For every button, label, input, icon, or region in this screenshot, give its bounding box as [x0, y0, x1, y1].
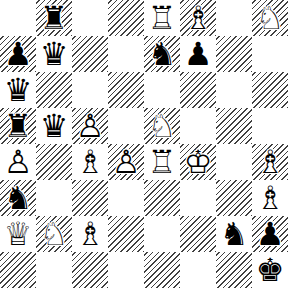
square-g4[interactable]: [216, 144, 252, 180]
square-d2[interactable]: [108, 216, 144, 252]
piece-white-rook[interactable]: ♜♖: [144, 144, 180, 180]
square-c7[interactable]: [72, 36, 108, 72]
piece-black-queen[interactable]: ♛: [36, 108, 72, 144]
square-b6[interactable]: [36, 72, 72, 108]
square-f2[interactable]: [180, 216, 216, 252]
square-c8[interactable]: [72, 0, 108, 36]
square-h3[interactable]: ♝♗: [252, 180, 288, 216]
square-a7[interactable]: ♟: [0, 36, 36, 72]
square-c2[interactable]: ♝♗: [72, 216, 108, 252]
pawn-glyph: ♟: [180, 36, 216, 72]
knight-glyph: ♞: [216, 216, 252, 252]
square-e8[interactable]: ♜♖: [144, 0, 180, 36]
square-f5[interactable]: [180, 108, 216, 144]
pawn-outline: ♙: [0, 144, 36, 180]
rook-outline: ♖: [144, 144, 180, 180]
square-e3[interactable]: [144, 180, 180, 216]
square-g5[interactable]: [216, 108, 252, 144]
bishop-outline: ♗: [252, 180, 288, 216]
square-f8[interactable]: ♝♗: [180, 0, 216, 36]
square-b5[interactable]: ♛: [36, 108, 72, 144]
piece-black-knight[interactable]: ♞: [216, 216, 252, 252]
chess-board: ♜♜♖♝♗♞♘♟♛♞♟♛♜♛♟♙♞♘♟♙♝♗♟♙♜♖♚♔♝♗♞♝♗♛♕♞♘♝♗♞…: [0, 0, 288, 288]
queen-glyph: ♛: [36, 36, 72, 72]
square-f3[interactable]: [180, 180, 216, 216]
piece-black-queen[interactable]: ♛: [0, 72, 36, 108]
bishop-outline: ♗: [252, 144, 288, 180]
square-f4[interactable]: ♚♔: [180, 144, 216, 180]
square-c1[interactable]: [72, 252, 108, 288]
bishop-outline: ♗: [72, 144, 108, 180]
square-g1[interactable]: [216, 252, 252, 288]
piece-white-queen[interactable]: ♛♕: [0, 216, 36, 252]
piece-black-pawn[interactable]: ♟: [252, 216, 288, 252]
pawn-glyph: ♟: [0, 36, 36, 72]
piece-white-rook[interactable]: ♜♖: [144, 0, 180, 36]
knight-outline: ♘: [36, 216, 72, 252]
square-h6[interactable]: [252, 72, 288, 108]
queen-outline: ♕: [0, 216, 36, 252]
square-c5[interactable]: ♟♙: [72, 108, 108, 144]
king-outline: ♔: [180, 144, 216, 180]
king-glyph: ♚: [252, 252, 288, 288]
square-d1[interactable]: [108, 252, 144, 288]
bishop-outline: ♗: [180, 0, 216, 36]
square-a6[interactable]: ♛: [0, 72, 36, 108]
square-a4[interactable]: ♟♙: [0, 144, 36, 180]
square-h7[interactable]: [252, 36, 288, 72]
piece-black-rook[interactable]: ♜: [36, 0, 72, 36]
square-e5[interactable]: ♞♘: [144, 108, 180, 144]
square-d3[interactable]: [108, 180, 144, 216]
square-e1[interactable]: [144, 252, 180, 288]
square-c4[interactable]: ♝♗: [72, 144, 108, 180]
piece-black-pawn[interactable]: ♟: [0, 36, 36, 72]
square-b2[interactable]: ♞♘: [36, 216, 72, 252]
piece-white-king[interactable]: ♚♔: [180, 144, 216, 180]
square-g6[interactable]: [216, 72, 252, 108]
square-d8[interactable]: [108, 0, 144, 36]
pawn-outline: ♙: [108, 144, 144, 180]
square-f7[interactable]: ♟: [180, 36, 216, 72]
rook-glyph: ♜: [0, 108, 36, 144]
square-g7[interactable]: [216, 36, 252, 72]
square-a1[interactable]: [0, 252, 36, 288]
queen-glyph: ♛: [0, 72, 36, 108]
piece-white-bishop[interactable]: ♝♗: [72, 216, 108, 252]
piece-white-knight[interactable]: ♞♘: [36, 216, 72, 252]
square-e4[interactable]: ♜♖: [144, 144, 180, 180]
square-h2[interactable]: ♟: [252, 216, 288, 252]
square-c3[interactable]: [72, 180, 108, 216]
piece-white-bishop[interactable]: ♝♗: [252, 180, 288, 216]
rook-outline: ♖: [144, 0, 180, 36]
knight-outline: ♘: [144, 108, 180, 144]
pawn-glyph: ♟: [252, 216, 288, 252]
piece-white-knight[interactable]: ♞♘: [252, 0, 288, 36]
square-d6[interactable]: [108, 72, 144, 108]
square-h5[interactable]: [252, 108, 288, 144]
square-a3[interactable]: ♞: [0, 180, 36, 216]
square-f1[interactable]: [180, 252, 216, 288]
square-a8[interactable]: [0, 0, 36, 36]
square-a2[interactable]: ♛♕: [0, 216, 36, 252]
piece-black-knight[interactable]: ♞: [144, 36, 180, 72]
square-b3[interactable]: [36, 180, 72, 216]
square-g2[interactable]: ♞: [216, 216, 252, 252]
knight-glyph: ♞: [0, 180, 36, 216]
square-g3[interactable]: [216, 180, 252, 216]
square-h8[interactable]: ♞♘: [252, 0, 288, 36]
piece-black-rook[interactable]: ♜: [0, 108, 36, 144]
square-b1[interactable]: [36, 252, 72, 288]
piece-black-queen[interactable]: ♛: [36, 36, 72, 72]
knight-glyph: ♞: [144, 36, 180, 72]
piece-white-bishop[interactable]: ♝♗: [72, 144, 108, 180]
piece-black-pawn[interactable]: ♟: [180, 36, 216, 72]
piece-white-knight[interactable]: ♞♘: [144, 108, 180, 144]
square-g8[interactable]: [216, 0, 252, 36]
square-e2[interactable]: [144, 216, 180, 252]
square-d4[interactable]: ♟♙: [108, 144, 144, 180]
piece-black-king[interactable]: ♚: [252, 252, 288, 288]
square-e6[interactable]: [144, 72, 180, 108]
square-d7[interactable]: [108, 36, 144, 72]
piece-white-pawn[interactable]: ♟♙: [72, 108, 108, 144]
piece-white-bishop[interactable]: ♝♗: [180, 0, 216, 36]
square-h4[interactable]: ♝♗: [252, 144, 288, 180]
queen-glyph: ♛: [36, 108, 72, 144]
square-b4[interactable]: [36, 144, 72, 180]
piece-white-pawn[interactable]: ♟♙: [108, 144, 144, 180]
square-e7[interactable]: ♞: [144, 36, 180, 72]
square-c6[interactable]: [72, 72, 108, 108]
rook-glyph: ♜: [36, 0, 72, 36]
square-b7[interactable]: ♛: [36, 36, 72, 72]
knight-outline: ♘: [252, 0, 288, 36]
bishop-outline: ♗: [72, 216, 108, 252]
piece-black-knight[interactable]: ♞: [0, 180, 36, 216]
square-h1[interactable]: ♚: [252, 252, 288, 288]
square-f6[interactable]: [180, 72, 216, 108]
piece-white-bishop[interactable]: ♝♗: [252, 144, 288, 180]
square-b8[interactable]: ♜: [36, 0, 72, 36]
pawn-outline: ♙: [72, 108, 108, 144]
square-a5[interactable]: ♜: [0, 108, 36, 144]
piece-white-pawn[interactable]: ♟♙: [0, 144, 36, 180]
square-d5[interactable]: [108, 108, 144, 144]
